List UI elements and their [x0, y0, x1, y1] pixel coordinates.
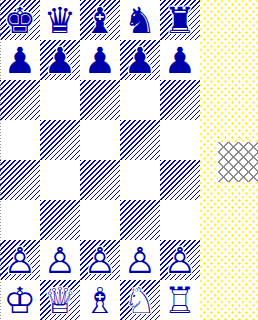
square-r7-c4[interactable]: ♟♙ — [120, 240, 160, 280]
square-r1-c2[interactable]: ♛♛ — [40, 0, 80, 40]
square-r1-c3[interactable]: ♝♝ — [80, 0, 120, 40]
square-r8-c4[interactable]: ♞♘ — [120, 280, 160, 320]
black-king[interactable]: ♚ — [0, 0, 40, 40]
square-r8-c2[interactable]: ♛♕ — [40, 280, 80, 320]
white-pawn[interactable]: ♙ — [120, 240, 160, 280]
square-r2-c2[interactable]: ♟♟ — [40, 40, 80, 80]
black-bishop[interactable]: ♝ — [80, 0, 120, 40]
square-r7-c1[interactable]: ♟♙ — [0, 240, 40, 280]
square-r1-c4[interactable]: ♞♞ — [120, 0, 160, 40]
square-r1-c1[interactable]: ♚♚ — [0, 0, 40, 40]
square-r3-c2[interactable] — [40, 80, 80, 120]
white-knight[interactable]: ♘ — [120, 280, 160, 320]
square-r5-c5[interactable] — [160, 160, 200, 200]
square-r6-c5[interactable] — [160, 200, 200, 240]
black-pawn[interactable]: ♟ — [80, 40, 120, 80]
square-r2-c5[interactable]: ♟♟ — [160, 40, 200, 80]
square-r6-c3[interactable] — [80, 200, 120, 240]
black-pawn[interactable]: ♟ — [160, 40, 200, 80]
square-r3-c5[interactable] — [160, 80, 200, 120]
white-king[interactable]: ♔ — [0, 280, 40, 320]
square-r6-c4[interactable] — [120, 200, 160, 240]
window-background — [200, 0, 258, 320]
black-pawn[interactable]: ♟ — [0, 40, 40, 80]
square-r5-c1[interactable] — [0, 160, 40, 200]
square-r4-c4[interactable] — [120, 120, 160, 160]
square-r2-c3[interactable]: ♟♟ — [80, 40, 120, 80]
square-r7-c2[interactable]: ♟♙ — [40, 240, 80, 280]
square-r3-c3[interactable] — [80, 80, 120, 120]
square-r7-c5[interactable]: ♟♙ — [160, 240, 200, 280]
square-r4-c1[interactable] — [0, 120, 40, 160]
square-r4-c3[interactable] — [80, 120, 120, 160]
black-queen[interactable]: ♛ — [40, 0, 80, 40]
square-r5-c4[interactable] — [120, 160, 160, 200]
white-bishop[interactable]: ♗ — [80, 280, 120, 320]
square-r1-c5[interactable]: ♜♜ — [160, 0, 200, 40]
chess-board: ♚♚♛♛♝♝♞♞♜♜♟♟♟♟♟♟♟♟♟♟♟♙♟♙♟♙♟♙♟♙♚♔♛♕♝♗♞♘♜♖ — [0, 0, 200, 320]
black-knight[interactable]: ♞ — [120, 0, 160, 40]
black-pawn[interactable]: ♟ — [40, 40, 80, 80]
square-r8-c3[interactable]: ♝♗ — [80, 280, 120, 320]
white-pawn[interactable]: ♙ — [40, 240, 80, 280]
white-pawn[interactable]: ♙ — [160, 240, 200, 280]
white-rook[interactable]: ♖ — [160, 280, 200, 320]
square-r7-c3[interactable]: ♟♙ — [80, 240, 120, 280]
square-r2-c4[interactable]: ♟♟ — [120, 40, 160, 80]
square-r6-c1[interactable] — [0, 200, 40, 240]
square-r5-c2[interactable] — [40, 160, 80, 200]
square-r4-c2[interactable] — [40, 120, 80, 160]
white-pawn[interactable]: ♙ — [0, 240, 40, 280]
white-pawn[interactable]: ♙ — [80, 240, 120, 280]
black-rook[interactable]: ♜ — [160, 0, 200, 40]
hatched-pattern-square — [218, 142, 258, 182]
chess-app-window: ♚♚♛♛♝♝♞♞♜♜♟♟♟♟♟♟♟♟♟♟♟♙♟♙♟♙♟♙♟♙♚♔♛♕♝♗♞♘♜♖ — [0, 0, 258, 320]
left-edge-dotted-border — [0, 0, 1, 320]
black-pawn[interactable]: ♟ — [120, 40, 160, 80]
square-r6-c2[interactable] — [40, 200, 80, 240]
square-r8-c1[interactable]: ♚♔ — [0, 280, 40, 320]
square-r8-c5[interactable]: ♜♖ — [160, 280, 200, 320]
square-r3-c1[interactable] — [0, 80, 40, 120]
square-r5-c3[interactable] — [80, 160, 120, 200]
square-r3-c4[interactable] — [120, 80, 160, 120]
white-queen[interactable]: ♕ — [40, 280, 80, 320]
square-r4-c5[interactable] — [160, 120, 200, 160]
square-r2-c1[interactable]: ♟♟ — [0, 40, 40, 80]
